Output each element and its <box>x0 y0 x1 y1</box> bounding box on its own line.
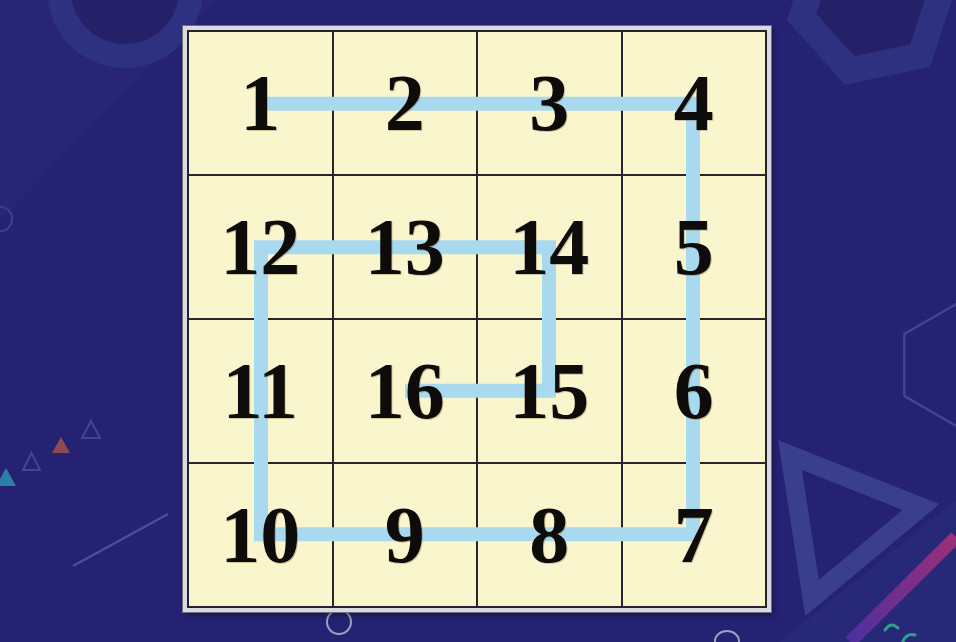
number-cell-r0c0[interactable]: 1 <box>189 32 332 174</box>
number-cell-r1c1[interactable]: 13 <box>334 176 477 318</box>
hexagon-ring-icon <box>790 0 953 90</box>
hexagon-outline-icon <box>904 303 956 427</box>
circle-ring-icon <box>59 0 191 56</box>
puzzle-board: 12341213145111615610987 <box>183 26 771 612</box>
number-cell-r2c3[interactable]: 6 <box>623 320 766 462</box>
triangle-maroon-icon <box>52 437 70 453</box>
number-cell-r1c0[interactable]: 12 <box>189 176 332 318</box>
triangle-teal-icon <box>0 468 16 486</box>
diagonal-line-decoration <box>73 514 168 566</box>
number-cell-r3c2[interactable]: 8 <box>478 464 621 606</box>
number-cell-r1c2[interactable]: 14 <box>478 176 621 318</box>
triangle-outline-small-icon-1 <box>23 453 40 470</box>
page-background: 12341213145111615610987 <box>0 0 956 642</box>
grid-numbers: 12341213145111615610987 <box>189 32 765 606</box>
number-cell-r0c2[interactable]: 3 <box>478 32 621 174</box>
number-cell-r0c3[interactable]: 4 <box>623 32 766 174</box>
number-cell-r0c1[interactable]: 2 <box>334 32 477 174</box>
number-cell-r2c2[interactable]: 15 <box>478 320 621 462</box>
number-cell-r2c1[interactable]: 16 <box>334 320 477 462</box>
circle-outline-bottom-icon <box>327 610 351 634</box>
number-cell-r1c3[interactable]: 5 <box>623 176 766 318</box>
triangle-outline-small-icon-2 <box>82 421 100 438</box>
number-cell-r3c0[interactable]: 10 <box>189 464 332 606</box>
circle-outline-bottom-right-icon <box>715 631 739 642</box>
number-cell-r3c3[interactable]: 7 <box>623 464 766 606</box>
number-cell-r2c0[interactable]: 11 <box>189 320 332 462</box>
board-inner: 12341213145111615610987 <box>187 30 767 608</box>
number-cell-r3c1[interactable]: 9 <box>334 464 477 606</box>
